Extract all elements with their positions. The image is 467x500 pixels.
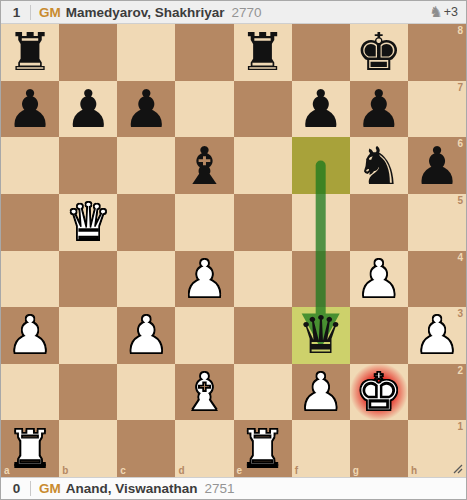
square-d7[interactable] — [175, 81, 233, 138]
resize-handle-icon[interactable] — [453, 464, 464, 475]
bottom-player-title: GM — [39, 481, 61, 496]
square-c6[interactable] — [117, 137, 175, 194]
square-d2[interactable]: ♝ — [175, 364, 233, 421]
square-h3[interactable]: ♟3 — [408, 307, 466, 364]
square-e6[interactable] — [234, 137, 292, 194]
piece-black-pawn[interactable]: ♟ — [414, 140, 461, 192]
square-g8[interactable]: ♚ — [350, 24, 408, 81]
square-g3[interactable] — [350, 307, 408, 364]
square-e8[interactable]: ♜ — [234, 24, 292, 81]
square-h6[interactable]: ♟6 — [408, 137, 466, 194]
square-d4[interactable]: ♟ — [175, 251, 233, 308]
file-label-f: f — [295, 465, 298, 476]
piece-white-pawn[interactable]: ♟ — [297, 366, 344, 418]
piece-black-bishop[interactable]: ♝ — [181, 140, 228, 192]
square-a1[interactable]: ♜a — [1, 420, 59, 477]
piece-black-pawn[interactable]: ♟ — [123, 83, 170, 135]
piece-white-rook[interactable]: ♜ — [7, 423, 54, 475]
square-d5[interactable] — [175, 194, 233, 251]
square-e7[interactable] — [234, 81, 292, 138]
square-d1[interactable]: d — [175, 420, 233, 477]
file-label-b: b — [62, 465, 68, 476]
square-f5[interactable] — [292, 194, 350, 251]
square-g4[interactable]: ♟ — [350, 251, 408, 308]
piece-white-pawn[interactable]: ♟ — [7, 309, 54, 361]
square-a5[interactable] — [1, 194, 59, 251]
file-label-h: h — [411, 465, 417, 476]
square-a6[interactable] — [1, 137, 59, 194]
square-f1[interactable]: f — [292, 420, 350, 477]
piece-black-pawn[interactable]: ♟ — [65, 83, 112, 135]
top-player-rating: 2770 — [232, 5, 262, 20]
square-a2[interactable] — [1, 364, 59, 421]
top-player-title: GM — [39, 5, 61, 20]
top-player-score: 1 — [9, 5, 24, 20]
square-g1[interactable]: g — [350, 420, 408, 477]
piece-black-king[interactable]: ♚ — [356, 26, 403, 78]
bottom-player-name: Anand, Viswanathan — [66, 481, 198, 496]
square-g5[interactable] — [350, 194, 408, 251]
bottom-player-rating: 2751 — [205, 481, 235, 496]
square-f4[interactable] — [292, 251, 350, 308]
square-a3[interactable]: ♟ — [1, 307, 59, 364]
rank-label-7: 7 — [457, 82, 463, 93]
square-b8[interactable] — [59, 24, 117, 81]
divider — [30, 5, 31, 20]
rank-label-1: 1 — [457, 421, 463, 432]
square-b1[interactable]: b — [59, 420, 117, 477]
square-h5[interactable]: 5 — [408, 194, 466, 251]
rank-label-8: 8 — [457, 25, 463, 36]
chess-broadcast-widget: 1 GM Mamedyarov, Shakhriyar 2770 ♞ +3 ♜♜… — [0, 0, 467, 500]
rank-label-4: 4 — [457, 252, 463, 263]
square-a8[interactable]: ♜ — [1, 24, 59, 81]
piece-black-knight[interactable]: ♞ — [356, 140, 403, 192]
rank-label-5: 5 — [457, 195, 463, 206]
square-c3[interactable]: ♟ — [117, 307, 175, 364]
piece-white-pawn[interactable]: ♟ — [356, 253, 403, 305]
divider — [30, 481, 31, 496]
piece-white-bishop[interactable]: ♝ — [181, 366, 228, 418]
square-c5[interactable] — [117, 194, 175, 251]
square-g2[interactable]: ♚ — [350, 364, 408, 421]
square-f6[interactable] — [292, 137, 350, 194]
square-h2[interactable]: 2 — [408, 364, 466, 421]
square-f3[interactable]: ♛ — [292, 307, 350, 364]
rank-label-2: 2 — [457, 365, 463, 376]
square-b3[interactable] — [59, 307, 117, 364]
chess-board[interactable]: ♜♜♚8♟♟♟♟♟7♝♞♟6♛5♟♟4♟♟♛♟3♝♟♚2♜abcd♜efgh1 — [1, 24, 466, 477]
square-c1[interactable]: c — [117, 420, 175, 477]
piece-white-pawn[interactable]: ♟ — [181, 253, 228, 305]
square-a4[interactable] — [1, 251, 59, 308]
bottom-player-score: 0 — [9, 481, 24, 496]
material-advantage: ♞ +3 — [429, 5, 458, 20]
square-e5[interactable] — [234, 194, 292, 251]
file-label-g: g — [353, 465, 359, 476]
square-b6[interactable] — [59, 137, 117, 194]
knight-icon: ♞ — [429, 5, 442, 20]
top-player-bar: 1 GM Mamedyarov, Shakhriyar 2770 ♞ +3 — [1, 1, 466, 24]
square-h4[interactable]: 4 — [408, 251, 466, 308]
square-b5[interactable]: ♛ — [59, 194, 117, 251]
square-g6[interactable]: ♞ — [350, 137, 408, 194]
piece-black-pawn[interactable]: ♟ — [7, 83, 54, 135]
piece-black-queen[interactable]: ♛ — [297, 309, 344, 361]
square-e1[interactable]: ♜e — [234, 420, 292, 477]
square-f2[interactable]: ♟ — [292, 364, 350, 421]
square-e4[interactable] — [234, 251, 292, 308]
square-d3[interactable] — [175, 307, 233, 364]
piece-black-pawn[interactable]: ♟ — [297, 83, 344, 135]
square-c2[interactable] — [117, 364, 175, 421]
piece-black-rook[interactable]: ♜ — [7, 26, 54, 78]
square-f7[interactable]: ♟ — [292, 81, 350, 138]
material-advantage-value: +3 — [444, 5, 458, 19]
piece-white-queen[interactable]: ♛ — [65, 196, 112, 248]
square-c4[interactable] — [117, 251, 175, 308]
square-e2[interactable] — [234, 364, 292, 421]
file-label-c: c — [120, 465, 126, 476]
piece-white-pawn[interactable]: ♟ — [414, 309, 461, 361]
square-h7[interactable]: 7 — [408, 81, 466, 138]
file-label-d: d — [178, 465, 184, 476]
square-d6[interactable]: ♝ — [175, 137, 233, 194]
square-b4[interactable] — [59, 251, 117, 308]
piece-black-rook[interactable]: ♜ — [239, 26, 286, 78]
piece-white-king[interactable]: ♚ — [356, 366, 403, 418]
square-b2[interactable] — [59, 364, 117, 421]
square-c7[interactable]: ♟ — [117, 81, 175, 138]
square-e3[interactable] — [234, 307, 292, 364]
piece-white-pawn[interactable]: ♟ — [123, 309, 170, 361]
bottom-player-bar: 0 GM Anand, Viswanathan 2751 — [1, 477, 466, 499]
square-g7[interactable]: ♟ — [350, 81, 408, 138]
square-h8[interactable]: 8 — [408, 24, 466, 81]
top-player-name: Mamedyarov, Shakhriyar — [66, 5, 225, 20]
piece-black-pawn[interactable]: ♟ — [356, 83, 403, 135]
square-a7[interactable]: ♟ — [1, 81, 59, 138]
piece-white-rook[interactable]: ♜ — [239, 423, 286, 475]
square-f8[interactable] — [292, 24, 350, 81]
square-d8[interactable] — [175, 24, 233, 81]
square-b7[interactable]: ♟ — [59, 81, 117, 138]
square-c8[interactable] — [117, 24, 175, 81]
